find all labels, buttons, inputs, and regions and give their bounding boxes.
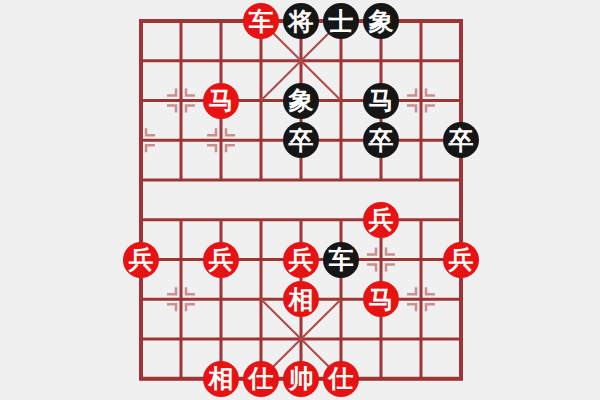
piece-black-elephant[interactable]: 象 bbox=[283, 83, 319, 119]
xiangqi-app: 车将士象马象马卒卒卒兵兵兵兵车兵相马相仕帅仕 bbox=[0, 0, 600, 400]
piece-glyph: 象 bbox=[369, 9, 394, 34]
piece-red-horse[interactable]: 马 bbox=[363, 281, 399, 317]
piece-red-soldier[interactable]: 兵 bbox=[203, 242, 239, 278]
piece-glyph: 帅 bbox=[289, 366, 314, 391]
piece-red-horse[interactable]: 马 bbox=[203, 83, 239, 119]
piece-glyph: 马 bbox=[369, 88, 394, 113]
piece-glyph: 兵 bbox=[289, 247, 314, 272]
piece-red-advisor[interactable]: 仕 bbox=[243, 361, 279, 397]
piece-glyph: 马 bbox=[369, 287, 394, 312]
piece-black-horse[interactable]: 马 bbox=[363, 83, 399, 119]
xiangqi-board[interactable]: 车将士象马象马卒卒卒兵兵兵兵车兵相马相仕帅仕 bbox=[0, 0, 600, 400]
piece-glyph: 车 bbox=[329, 247, 354, 272]
piece-black-advisor[interactable]: 士 bbox=[323, 3, 359, 39]
piece-black-soldier[interactable]: 卒 bbox=[363, 122, 399, 158]
piece-black-elephant[interactable]: 象 bbox=[363, 3, 399, 39]
piece-glyph: 兵 bbox=[369, 207, 394, 232]
piece-glyph: 象 bbox=[289, 88, 314, 113]
piece-glyph: 相 bbox=[209, 366, 234, 391]
piece-black-chariot[interactable]: 车 bbox=[323, 242, 359, 278]
piece-red-elephant[interactable]: 相 bbox=[203, 361, 239, 397]
piece-red-soldier[interactable]: 兵 bbox=[363, 202, 399, 238]
piece-black-soldier[interactable]: 卒 bbox=[443, 122, 479, 158]
piece-red-elephant[interactable]: 相 bbox=[283, 281, 319, 317]
piece-red-general[interactable]: 帅 bbox=[283, 361, 319, 397]
piece-red-chariot[interactable]: 车 bbox=[243, 3, 279, 39]
piece-glyph: 卒 bbox=[449, 128, 474, 153]
piece-glyph: 兵 bbox=[209, 247, 234, 272]
piece-glyph: 士 bbox=[329, 9, 354, 34]
piece-red-advisor[interactable]: 仕 bbox=[323, 361, 359, 397]
piece-red-soldier[interactable]: 兵 bbox=[123, 242, 159, 278]
pieces-layer: 车将士象马象马卒卒卒兵兵兵兵车兵相马相仕帅仕 bbox=[0, 0, 600, 400]
piece-glyph: 马 bbox=[209, 88, 234, 113]
piece-glyph: 将 bbox=[289, 9, 314, 34]
piece-glyph: 卒 bbox=[369, 128, 394, 153]
piece-glyph: 相 bbox=[289, 287, 314, 312]
piece-red-soldier[interactable]: 兵 bbox=[283, 242, 319, 278]
piece-glyph: 仕 bbox=[249, 366, 274, 391]
piece-glyph: 车 bbox=[249, 9, 274, 34]
piece-glyph: 仕 bbox=[329, 366, 354, 391]
piece-glyph: 兵 bbox=[449, 247, 474, 272]
piece-glyph: 兵 bbox=[129, 247, 154, 272]
piece-black-soldier[interactable]: 卒 bbox=[283, 122, 319, 158]
piece-black-general[interactable]: 将 bbox=[283, 3, 319, 39]
piece-glyph: 卒 bbox=[289, 128, 314, 153]
piece-red-soldier[interactable]: 兵 bbox=[443, 242, 479, 278]
